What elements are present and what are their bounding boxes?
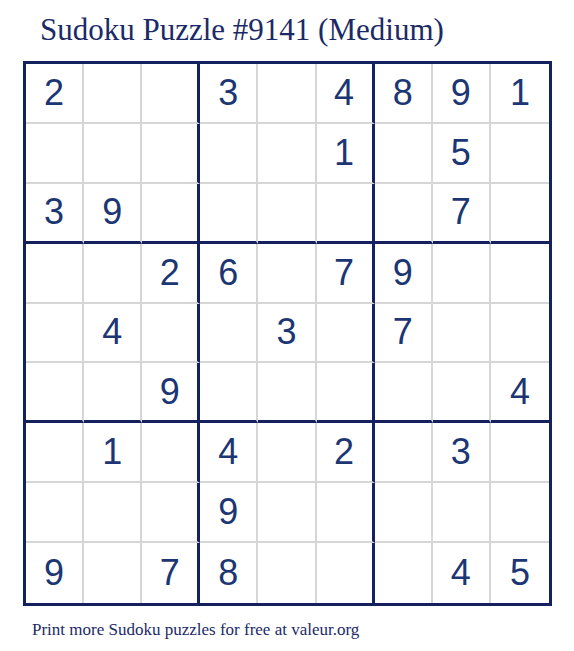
sudoku-cell-r1c4: 3 <box>200 64 258 124</box>
sudoku-cell-r9c6 <box>317 543 375 603</box>
sudoku-cell-r8c6 <box>317 483 375 543</box>
sudoku-cell-r6c5 <box>258 363 316 423</box>
sudoku-cell-r8c9 <box>491 483 549 543</box>
sudoku-cell-r4c8 <box>433 244 491 304</box>
sudoku-cell-r3c4 <box>200 184 258 244</box>
sudoku-cell-r7c4: 4 <box>200 423 258 483</box>
sudoku-cell-r2c7 <box>375 124 433 184</box>
sudoku-cell-r6c1 <box>26 363 84 423</box>
sudoku-cell-r8c7 <box>375 483 433 543</box>
sudoku-board: 234891153972679437941423997845 <box>23 61 552 606</box>
sudoku-cell-r9c4: 8 <box>200 543 258 603</box>
sudoku-cell-r9c2 <box>84 543 142 603</box>
sudoku-cell-r2c6: 1 <box>317 124 375 184</box>
sudoku-cell-r1c7: 8 <box>375 64 433 124</box>
sudoku-cell-r1c1: 2 <box>26 64 84 124</box>
sudoku-cell-r9c5 <box>258 543 316 603</box>
sudoku-cell-r5c1 <box>26 304 84 364</box>
sudoku-cell-r3c5 <box>258 184 316 244</box>
sudoku-cell-r7c5 <box>258 423 316 483</box>
sudoku-cell-r5c5: 3 <box>258 304 316 364</box>
sudoku-cell-r2c5 <box>258 124 316 184</box>
sudoku-cell-r7c9 <box>491 423 549 483</box>
sudoku-cell-r1c5 <box>258 64 316 124</box>
sudoku-cell-r4c2 <box>84 244 142 304</box>
sudoku-cell-r3c2: 9 <box>84 184 142 244</box>
sudoku-cell-r6c6 <box>317 363 375 423</box>
sudoku-cell-r1c8: 9 <box>433 64 491 124</box>
sudoku-cell-r6c2 <box>84 363 142 423</box>
sudoku-cell-r4c7: 9 <box>375 244 433 304</box>
sudoku-cell-r5c3 <box>142 304 200 364</box>
sudoku-cell-r9c9: 5 <box>491 543 549 603</box>
sudoku-cell-r2c2 <box>84 124 142 184</box>
sudoku-cell-r3c1: 3 <box>26 184 84 244</box>
sudoku-cell-r5c8 <box>433 304 491 364</box>
sudoku-cell-r8c3 <box>142 483 200 543</box>
sudoku-cell-r5c4 <box>200 304 258 364</box>
sudoku-cell-r4c5 <box>258 244 316 304</box>
sudoku-cell-r5c7: 7 <box>375 304 433 364</box>
sudoku-cell-r5c2: 4 <box>84 304 142 364</box>
sudoku-cell-r8c2 <box>84 483 142 543</box>
sudoku-cell-r2c9 <box>491 124 549 184</box>
sudoku-cell-r6c4 <box>200 363 258 423</box>
sudoku-cell-r1c2 <box>84 64 142 124</box>
sudoku-cell-r5c9 <box>491 304 549 364</box>
sudoku-cell-r7c1 <box>26 423 84 483</box>
sudoku-cell-r6c7 <box>375 363 433 423</box>
sudoku-cell-r9c8: 4 <box>433 543 491 603</box>
sudoku-cell-r9c7 <box>375 543 433 603</box>
page-title: Sudoku Puzzle #9141 (Medium) <box>40 12 444 48</box>
sudoku-cell-r7c6: 2 <box>317 423 375 483</box>
sudoku-cell-r8c1 <box>26 483 84 543</box>
sudoku-cell-r7c7 <box>375 423 433 483</box>
sudoku-cell-r7c3 <box>142 423 200 483</box>
sudoku-cell-r6c9: 4 <box>491 363 549 423</box>
footer-text: Print more Sudoku puzzles for free at va… <box>32 620 359 640</box>
sudoku-cell-r6c8 <box>433 363 491 423</box>
sudoku-cell-r1c9: 1 <box>491 64 549 124</box>
sudoku-cell-r4c1 <box>26 244 84 304</box>
sudoku-cell-r4c4: 6 <box>200 244 258 304</box>
sudoku-cell-r3c7 <box>375 184 433 244</box>
sudoku-cell-r2c8: 5 <box>433 124 491 184</box>
sudoku-cell-r3c8: 7 <box>433 184 491 244</box>
sudoku-cell-r5c6 <box>317 304 375 364</box>
sudoku-cell-r4c3: 2 <box>142 244 200 304</box>
sudoku-cell-r1c3 <box>142 64 200 124</box>
sudoku-cell-r7c8: 3 <box>433 423 491 483</box>
sudoku-cell-r8c8 <box>433 483 491 543</box>
sudoku-cell-r7c2: 1 <box>84 423 142 483</box>
sudoku-cell-r3c6 <box>317 184 375 244</box>
sudoku-cell-r3c3 <box>142 184 200 244</box>
sudoku-cell-r6c3: 9 <box>142 363 200 423</box>
sudoku-cell-r9c3: 7 <box>142 543 200 603</box>
sudoku-cell-r1c6: 4 <box>317 64 375 124</box>
sudoku-cell-r2c4 <box>200 124 258 184</box>
sudoku-cell-r3c9 <box>491 184 549 244</box>
sudoku-cell-r8c4: 9 <box>200 483 258 543</box>
sudoku-cell-r2c3 <box>142 124 200 184</box>
sudoku-cell-r4c9 <box>491 244 549 304</box>
sudoku-cell-r8c5 <box>258 483 316 543</box>
sudoku-cell-r4c6: 7 <box>317 244 375 304</box>
sudoku-cell-r2c1 <box>26 124 84 184</box>
sudoku-cell-r9c1: 9 <box>26 543 84 603</box>
